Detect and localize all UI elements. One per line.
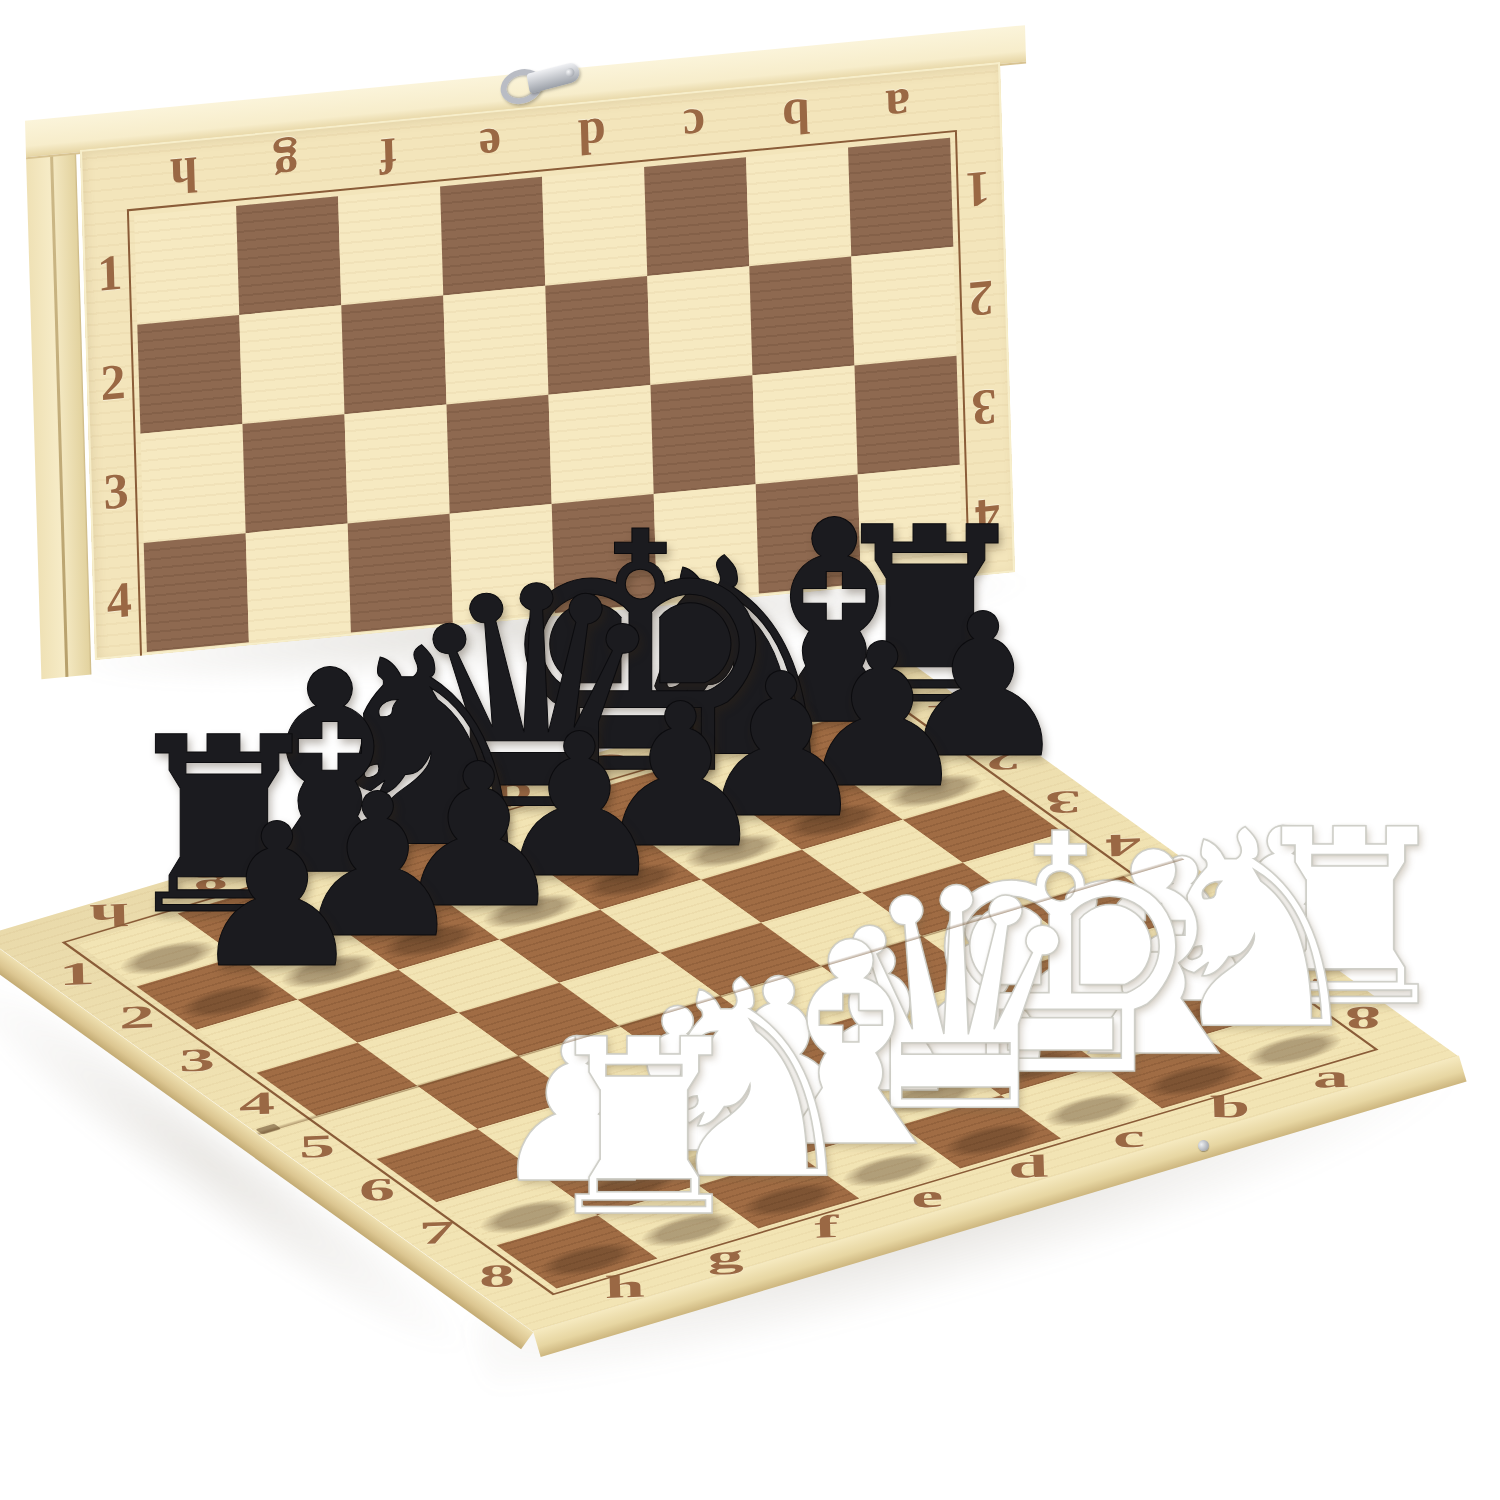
lid-square (848, 138, 953, 257)
lid-square (344, 405, 449, 524)
lid-square (644, 157, 749, 276)
lid-square (854, 356, 959, 475)
lid-square (236, 196, 341, 315)
lid-rank-label: 3 (956, 351, 1011, 465)
lid-square (749, 256, 854, 375)
product-photo: hgfedcba 1234 1234 12345678 12345678 hgf… (0, 0, 1500, 1500)
lid-square (542, 167, 647, 286)
lid-square (137, 315, 242, 434)
lid-rank-label: 2 (953, 242, 1008, 356)
lid-rank-label: 3 (88, 434, 143, 548)
lid-file-label: c (642, 86, 746, 166)
white-rook: ♜ (534, 1029, 752, 1228)
lid-square (440, 177, 545, 296)
lid-square (134, 206, 239, 325)
lid-square (140, 424, 245, 543)
lid-file-label: b (744, 77, 848, 157)
open-chess-board: 12345678 12345678 hgfedcba hgfedcba ♜♝♞♚… (0, 661, 1458, 1332)
lid-square (746, 147, 851, 266)
lid-rank-label: 4 (92, 543, 147, 657)
lid-file-label: g (234, 126, 338, 206)
box-side-groove (50, 156, 68, 677)
lid-file-label: d (540, 96, 644, 176)
lid-rank-label: 2 (85, 325, 140, 439)
lid-file-label: e (438, 106, 542, 186)
lid-square (341, 296, 446, 415)
lid-rank-label: 1 (82, 216, 137, 330)
lid-rank-label: 1 (950, 133, 1005, 247)
lid-file-label: h (132, 135, 236, 215)
lid-square (851, 247, 956, 366)
lid-square (239, 305, 344, 424)
lid-square (443, 286, 548, 405)
lid-file-label: a (846, 67, 950, 147)
latch-tongue (526, 61, 581, 94)
lid-square (545, 276, 650, 395)
lid-file-label: f (336, 116, 440, 196)
black-pawn: ♟ (187, 816, 365, 978)
lid-square (647, 266, 752, 385)
lid-square (242, 414, 347, 533)
lid-square (338, 186, 443, 305)
